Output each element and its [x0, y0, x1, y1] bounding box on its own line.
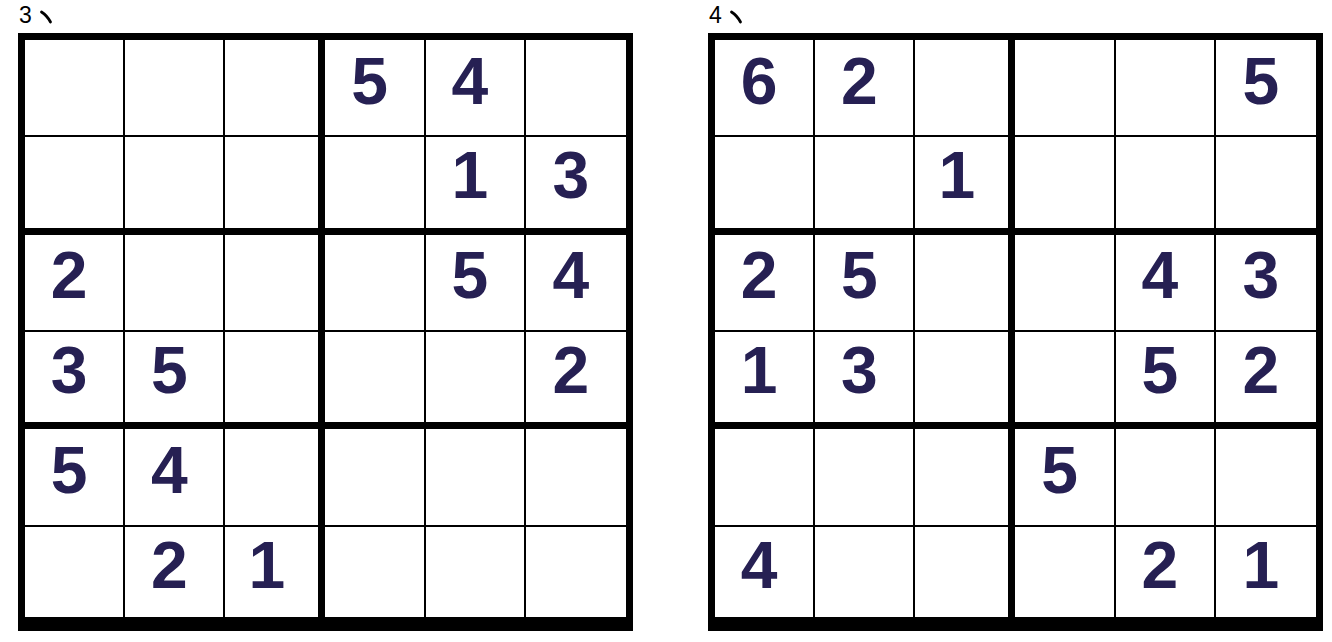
puzzle-4-cell-r6c2[interactable] — [815, 527, 915, 624]
puzzle-4-cell-r4c6: 2 — [1216, 332, 1316, 429]
given-digit: 1 — [939, 137, 976, 213]
puzzle-3-cell-r5c1: 5 — [25, 429, 125, 526]
puzzle-4-cell-r3c2: 5 — [815, 235, 915, 332]
puzzle-3: 3 54132543525421 — [18, 3, 633, 631]
puzzle-4-cell-r2c2[interactable] — [815, 137, 915, 234]
puzzle-3-cell-r6c2: 2 — [125, 527, 225, 624]
given-digit: 6 — [741, 43, 778, 119]
puzzle-4-cell-r1c6: 5 — [1216, 40, 1316, 137]
puzzle-4-cell-r6c3[interactable] — [915, 527, 1015, 624]
puzzle-4-cell-r2c1[interactable] — [715, 137, 815, 234]
puzzle-4-cell-r6c4[interactable] — [1015, 527, 1115, 624]
puzzle-4-cell-r1c1: 6 — [715, 40, 815, 137]
given-digit: 5 — [451, 237, 488, 313]
given-digit: 5 — [1243, 43, 1280, 119]
puzzle-4-cell-r3c1: 2 — [715, 235, 815, 332]
given-digit: 2 — [151, 527, 188, 603]
ideographic-comma-icon — [729, 10, 743, 24]
given-digit: 2 — [741, 237, 778, 313]
puzzle-4-cell-r6c6: 1 — [1216, 527, 1316, 624]
puzzle-4: 4 6251254313525421 — [708, 3, 1323, 631]
puzzle-3-cell-r3c4[interactable] — [325, 235, 425, 332]
puzzle-4-cell-r5c5[interactable] — [1116, 429, 1216, 526]
puzzle-3-cell-r2c1[interactable] — [25, 137, 125, 234]
puzzle-3-cell-r1c4: 5 — [325, 40, 425, 137]
given-digit: 5 — [841, 237, 878, 313]
puzzle-3-cell-r5c2: 4 — [125, 429, 225, 526]
given-digit: 2 — [841, 43, 878, 119]
puzzle-4-cell-r3c6: 3 — [1216, 235, 1316, 332]
puzzle-4-cell-r3c3[interactable] — [915, 235, 1015, 332]
puzzle-4-cell-r1c2: 2 — [815, 40, 915, 137]
puzzle-4-cell-r1c4[interactable] — [1015, 40, 1115, 137]
puzzle-3-cell-r1c3[interactable] — [225, 40, 325, 137]
given-digit: 4 — [553, 237, 590, 313]
puzzle-4-cell-r5c2[interactable] — [815, 429, 915, 526]
puzzle-4-cell-r3c5: 4 — [1116, 235, 1216, 332]
given-digit: 1 — [451, 137, 488, 213]
puzzle-3-cell-r2c5: 1 — [426, 137, 526, 234]
puzzle-3-cell-r2c2[interactable] — [125, 137, 225, 234]
puzzle-4-cell-r5c1[interactable] — [715, 429, 815, 526]
puzzle-4-cell-r4c2: 3 — [815, 332, 915, 429]
given-digit: 3 — [1243, 237, 1280, 313]
given-digit: 2 — [1141, 527, 1178, 603]
puzzle-3-cell-r6c6[interactable] — [526, 527, 626, 624]
puzzle-4-cell-r5c3[interactable] — [915, 429, 1015, 526]
puzzle-3-cell-r5c6[interactable] — [526, 429, 626, 526]
given-digit: 4 — [151, 432, 188, 508]
puzzle-4-cell-r2c5[interactable] — [1116, 137, 1216, 234]
puzzle-3-label: 3 — [19, 3, 633, 29]
puzzle-3-cell-r4c6: 2 — [526, 332, 626, 429]
puzzle-3-cell-r5c5[interactable] — [426, 429, 526, 526]
given-digit: 2 — [51, 237, 88, 313]
puzzle-3-cell-r6c3: 1 — [225, 527, 325, 624]
puzzle-4-cell-r5c4: 5 — [1015, 429, 1115, 526]
puzzle-4-number: 4 — [709, 3, 722, 27]
given-digit: 5 — [1141, 332, 1178, 408]
puzzle-4-cell-r4c1: 1 — [715, 332, 815, 429]
puzzle-4-cell-r1c3[interactable] — [915, 40, 1015, 137]
puzzle-3-cell-r3c5: 5 — [426, 235, 526, 332]
given-digit: 4 — [1141, 237, 1178, 313]
puzzle-4-cell-r2c3: 1 — [915, 137, 1015, 234]
puzzle-3-cell-r6c4[interactable] — [325, 527, 425, 624]
puzzle-3-cell-r2c3[interactable] — [225, 137, 325, 234]
puzzle-3-cell-r2c6: 3 — [526, 137, 626, 234]
puzzle-4-cell-r5c6[interactable] — [1216, 429, 1316, 526]
puzzle-4-cell-r6c1: 4 — [715, 527, 815, 624]
puzzle-3-cell-r1c5: 4 — [426, 40, 526, 137]
puzzle-3-cell-r1c2[interactable] — [125, 40, 225, 137]
puzzle-3-cell-r1c6[interactable] — [526, 40, 626, 137]
puzzle-4-cell-r1c5[interactable] — [1116, 40, 1216, 137]
puzzle-3-cell-r4c2: 5 — [125, 332, 225, 429]
puzzle-3-cell-r3c6: 4 — [526, 235, 626, 332]
puzzle-3-cell-r3c2[interactable] — [125, 235, 225, 332]
puzzle-3-cell-r3c1: 2 — [25, 235, 125, 332]
given-digit: 1 — [741, 332, 778, 408]
given-digit: 3 — [553, 137, 590, 213]
puzzle-4-cell-r3c4[interactable] — [1015, 235, 1115, 332]
puzzle-4-cell-r4c4[interactable] — [1015, 332, 1115, 429]
puzzle-4-cell-r6c5: 2 — [1116, 527, 1216, 624]
given-digit: 5 — [51, 432, 88, 508]
given-digit: 3 — [51, 332, 88, 408]
given-digit: 1 — [249, 527, 286, 603]
given-digit: 3 — [841, 332, 878, 408]
puzzle-3-cell-r6c5[interactable] — [426, 527, 526, 624]
ideographic-comma-icon — [39, 10, 53, 24]
puzzle-3-cell-r2c4[interactable] — [325, 137, 425, 234]
given-digit: 5 — [351, 43, 388, 119]
puzzle-4-label: 4 — [709, 3, 1323, 29]
given-digit: 2 — [553, 332, 590, 408]
given-digit: 4 — [741, 527, 778, 603]
given-digit: 5 — [151, 332, 188, 408]
puzzle-3-number: 3 — [19, 3, 32, 27]
given-digit: 2 — [1243, 332, 1280, 408]
puzzle-3-cell-r4c1: 3 — [25, 332, 125, 429]
given-digit: 1 — [1243, 527, 1280, 603]
puzzle-3-cell-r6c1[interactable] — [25, 527, 125, 624]
puzzle-3-cell-r3c3[interactable] — [225, 235, 325, 332]
puzzle-3-board: 54132543525421 — [18, 33, 633, 631]
puzzle-3-cell-r5c4[interactable] — [325, 429, 425, 526]
puzzle-4-cell-r2c4[interactable] — [1015, 137, 1115, 234]
puzzle-4-cell-r4c5: 5 — [1116, 332, 1216, 429]
puzzle-3-cell-r1c1[interactable] — [25, 40, 125, 137]
given-digit: 5 — [1041, 432, 1078, 508]
puzzle-4-board: 6251254313525421 — [708, 33, 1323, 631]
puzzle-4-cell-r2c6[interactable] — [1216, 137, 1316, 234]
puzzle-3-cell-r4c4[interactable] — [325, 332, 425, 429]
puzzle-3-cell-r5c3[interactable] — [225, 429, 325, 526]
puzzle-3-cell-r4c5[interactable] — [426, 332, 526, 429]
puzzle-3-cell-r4c3[interactable] — [225, 332, 325, 429]
given-digit: 4 — [451, 43, 488, 119]
puzzle-4-cell-r4c3[interactable] — [915, 332, 1015, 429]
